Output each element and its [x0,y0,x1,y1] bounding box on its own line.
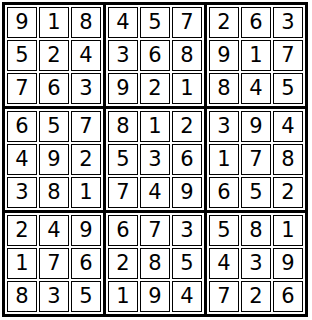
cell-r9c4[interactable]: 1 [108,281,138,312]
cell-r2c5[interactable]: 6 [140,40,170,71]
cell-r2c7[interactable]: 9 [209,40,239,71]
cell-r1c8[interactable]: 6 [241,7,271,38]
cell-r4c9[interactable]: 4 [273,111,303,142]
cell-r7c7[interactable]: 5 [209,215,239,246]
cell-r3c5[interactable]: 2 [140,73,170,104]
cell-r8c5[interactable]: 8 [140,248,170,279]
box-3-2: 673285194 [106,213,204,314]
cell-r6c7[interactable]: 6 [209,177,239,208]
cell-r1c9[interactable]: 3 [273,7,303,38]
cell-r1c7[interactable]: 2 [209,7,239,38]
cell-r1c5[interactable]: 5 [140,7,170,38]
cell-r2c8[interactable]: 1 [241,40,271,71]
cell-r5c9[interactable]: 8 [273,144,303,175]
cell-r3c9[interactable]: 5 [273,73,303,104]
cell-r9c5[interactable]: 9 [140,281,170,312]
box-1-3: 263917845 [207,5,305,106]
cell-r7c2[interactable]: 4 [39,215,69,246]
cell-r3c8[interactable]: 4 [241,73,271,104]
cell-r8c6[interactable]: 5 [172,248,202,279]
cell-r7c6[interactable]: 3 [172,215,202,246]
cell-r5c5[interactable]: 3 [140,144,170,175]
cell-r9c1[interactable]: 8 [7,281,37,312]
cell-r4c1[interactable]: 6 [7,111,37,142]
cell-r7c9[interactable]: 1 [273,215,303,246]
cell-r1c1[interactable]: 9 [7,7,37,38]
cell-r2c2[interactable]: 2 [39,40,69,71]
cell-r8c9[interactable]: 9 [273,248,303,279]
cell-r4c6[interactable]: 2 [172,111,202,142]
cell-r4c8[interactable]: 9 [241,111,271,142]
cell-r8c4[interactable]: 2 [108,248,138,279]
cell-r4c3[interactable]: 7 [71,111,101,142]
cell-r6c1[interactable]: 3 [7,177,37,208]
cell-r9c8[interactable]: 2 [241,281,271,312]
cell-r5c7[interactable]: 1 [209,144,239,175]
cell-r9c3[interactable]: 5 [71,281,101,312]
cell-r2c4[interactable]: 3 [108,40,138,71]
cell-r6c4[interactable]: 7 [108,177,138,208]
cell-r8c1[interactable]: 1 [7,248,37,279]
cell-r8c3[interactable]: 6 [71,248,101,279]
cell-r3c4[interactable]: 9 [108,73,138,104]
cell-r6c5[interactable]: 4 [140,177,170,208]
box-1-2: 457368921 [106,5,204,106]
sudoku-board: 9185247634573689212639178456574923818125… [2,2,308,317]
cell-r5c1[interactable]: 4 [7,144,37,175]
box-2-1: 657492381 [5,109,103,210]
cell-r5c6[interactable]: 6 [172,144,202,175]
cell-r2c3[interactable]: 4 [71,40,101,71]
cell-r3c6[interactable]: 1 [172,73,202,104]
cell-r2c9[interactable]: 7 [273,40,303,71]
cell-r6c9[interactable]: 2 [273,177,303,208]
cell-r9c9[interactable]: 6 [273,281,303,312]
cell-r2c6[interactable]: 8 [172,40,202,71]
cell-r4c2[interactable]: 5 [39,111,69,142]
cell-r5c3[interactable]: 2 [71,144,101,175]
cell-r5c4[interactable]: 5 [108,144,138,175]
cell-r1c4[interactable]: 4 [108,7,138,38]
cell-r9c7[interactable]: 7 [209,281,239,312]
box-3-3: 581439726 [207,213,305,314]
box-3-1: 249176835 [5,213,103,314]
cell-r1c2[interactable]: 1 [39,7,69,38]
cell-r8c8[interactable]: 3 [241,248,271,279]
cell-r5c2[interactable]: 9 [39,144,69,175]
cell-r1c3[interactable]: 8 [71,7,101,38]
cell-r1c6[interactable]: 7 [172,7,202,38]
cell-r6c2[interactable]: 8 [39,177,69,208]
cell-r7c8[interactable]: 8 [241,215,271,246]
box-2-2: 812536749 [106,109,204,210]
cell-r6c3[interactable]: 1 [71,177,101,208]
cell-r4c7[interactable]: 3 [209,111,239,142]
cell-r7c5[interactable]: 7 [140,215,170,246]
cell-r5c8[interactable]: 7 [241,144,271,175]
cell-r6c6[interactable]: 9 [172,177,202,208]
box-1-1: 918524763 [5,5,103,106]
cell-r8c2[interactable]: 7 [39,248,69,279]
cell-r9c6[interactable]: 4 [172,281,202,312]
box-2-3: 394178652 [207,109,305,210]
cell-r3c1[interactable]: 7 [7,73,37,104]
cell-r4c4[interactable]: 8 [108,111,138,142]
cell-r2c1[interactable]: 5 [7,40,37,71]
cell-r9c2[interactable]: 3 [39,281,69,312]
cell-r3c2[interactable]: 6 [39,73,69,104]
cell-r4c5[interactable]: 1 [140,111,170,142]
cell-r3c3[interactable]: 3 [71,73,101,104]
cell-r3c7[interactable]: 8 [209,73,239,104]
cell-r6c8[interactable]: 5 [241,177,271,208]
cell-r7c3[interactable]: 9 [71,215,101,246]
cell-r7c4[interactable]: 6 [108,215,138,246]
cell-r8c7[interactable]: 4 [209,248,239,279]
cell-r7c1[interactable]: 2 [7,215,37,246]
